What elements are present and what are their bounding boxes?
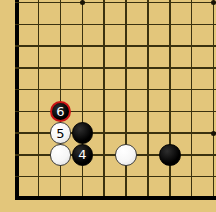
- star-point: [211, 0, 216, 5]
- stone-black-d4[interactable]: [72, 122, 94, 144]
- board-left-edge-line: [15, 0, 19, 200]
- grid-horizontal-line: [15, 2, 216, 4]
- star-point: [80, 0, 85, 5]
- stone-black-h3[interactable]: [159, 144, 181, 166]
- grid-vertical-line: [191, 0, 193, 200]
- grid-horizontal-line: [15, 111, 216, 113]
- grid-vertical-line: [103, 0, 105, 200]
- stone-white-c4[interactable]: 5: [50, 122, 72, 144]
- stone-black-d3[interactable]: 4: [72, 144, 94, 166]
- go-diagram: 654: [0, 0, 216, 212]
- stone-white-f3[interactable]: [115, 144, 137, 166]
- grid-vertical-line: [125, 0, 127, 200]
- move-number-label: 5: [56, 127, 64, 140]
- move-number-label: 6: [56, 105, 64, 118]
- grid-vertical-line: [38, 0, 40, 200]
- board-bottom-edge-line: [15, 196, 216, 200]
- grid-vertical-line: [213, 0, 215, 200]
- move-number-label: 4: [78, 148, 86, 161]
- stone-white-c3[interactable]: [50, 144, 72, 166]
- go-board[interactable]: 654: [0, 0, 216, 212]
- grid-vertical-line: [147, 0, 149, 200]
- grid-horizontal-line: [15, 89, 216, 91]
- grid-horizontal-line: [15, 132, 216, 134]
- star-point: [211, 131, 216, 136]
- grid-horizontal-line: [15, 45, 216, 47]
- grid-vertical-line: [169, 0, 171, 200]
- grid-vertical-line: [82, 0, 84, 200]
- grid-horizontal-line: [15, 24, 216, 26]
- grid-horizontal-line: [15, 176, 216, 178]
- stone-black-c5[interactable]: 6: [50, 101, 72, 123]
- grid-horizontal-line: [15, 67, 216, 69]
